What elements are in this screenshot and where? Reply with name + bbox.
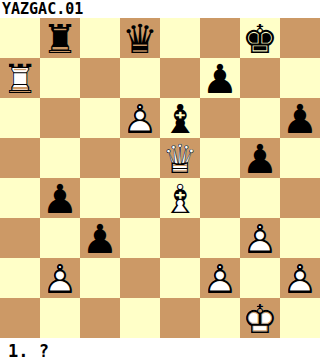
square-e2[interactable] xyxy=(160,258,200,298)
square-b7[interactable] xyxy=(40,58,80,98)
square-d6[interactable]: ♟♙ xyxy=(120,98,160,138)
square-a3[interactable] xyxy=(0,218,40,258)
square-a6[interactable] xyxy=(0,98,40,138)
square-e6[interactable]: ♝ xyxy=(160,98,200,138)
black-pawn-piece: ♟ xyxy=(280,98,320,138)
square-c8[interactable] xyxy=(80,18,120,58)
white-pawn-piece-outline: ♙ xyxy=(120,98,160,138)
square-b5[interactable] xyxy=(40,138,80,178)
square-d3[interactable] xyxy=(120,218,160,258)
black-queen-piece: ♛ xyxy=(120,18,160,58)
square-e4[interactable]: ♝♗ xyxy=(160,178,200,218)
white-bishop-piece-outline: ♗ xyxy=(160,178,200,218)
square-g1[interactable]: ♚♔ xyxy=(240,298,280,338)
white-king-piece: ♚ xyxy=(240,298,280,338)
black-pawn-piece: ♟ xyxy=(200,58,240,98)
square-d8[interactable]: ♛ xyxy=(120,18,160,58)
square-g3[interactable]: ♟♙ xyxy=(240,218,280,258)
square-a8[interactable] xyxy=(0,18,40,58)
black-bishop-piece: ♝ xyxy=(160,98,200,138)
square-a5[interactable] xyxy=(0,138,40,178)
square-h5[interactable] xyxy=(280,138,320,178)
square-b2[interactable]: ♟♙ xyxy=(40,258,80,298)
square-g2[interactable] xyxy=(240,258,280,298)
square-e1[interactable] xyxy=(160,298,200,338)
square-a1[interactable] xyxy=(0,298,40,338)
square-e8[interactable] xyxy=(160,18,200,58)
puzzle-title: YAZGAC.01 xyxy=(0,0,320,18)
square-f7[interactable]: ♟ xyxy=(200,58,240,98)
chess-board: ♜♛♚♜♖♟♟♙♝♟♛♕♟♟♝♗♟♟♙♟♙♟♙♟♙♚♔ xyxy=(0,18,320,338)
square-h6[interactable]: ♟ xyxy=(280,98,320,138)
white-bishop-piece: ♝ xyxy=(160,178,200,218)
white-pawn-piece: ♟ xyxy=(200,258,240,298)
square-c2[interactable] xyxy=(80,258,120,298)
square-f8[interactable] xyxy=(200,18,240,58)
square-d4[interactable] xyxy=(120,178,160,218)
square-g4[interactable] xyxy=(240,178,280,218)
white-pawn-piece: ♟ xyxy=(120,98,160,138)
white-pawn-piece: ♟ xyxy=(240,218,280,258)
white-pawn-piece: ♟ xyxy=(280,258,320,298)
square-b3[interactable] xyxy=(40,218,80,258)
move-prompt: 1. ? xyxy=(0,338,320,360)
square-f4[interactable] xyxy=(200,178,240,218)
square-d7[interactable] xyxy=(120,58,160,98)
square-a7[interactable]: ♜♖ xyxy=(0,58,40,98)
square-h7[interactable] xyxy=(280,58,320,98)
square-d5[interactable] xyxy=(120,138,160,178)
square-b4[interactable]: ♟ xyxy=(40,178,80,218)
white-pawn-piece-outline: ♙ xyxy=(200,258,240,298)
square-h1[interactable] xyxy=(280,298,320,338)
black-pawn-piece: ♟ xyxy=(40,178,80,218)
square-c3[interactable]: ♟ xyxy=(80,218,120,258)
square-e3[interactable] xyxy=(160,218,200,258)
square-h8[interactable] xyxy=(280,18,320,58)
white-pawn-piece-outline: ♙ xyxy=(40,258,80,298)
square-b1[interactable] xyxy=(40,298,80,338)
square-f2[interactable]: ♟♙ xyxy=(200,258,240,298)
white-pawn-piece-outline: ♙ xyxy=(280,258,320,298)
square-b6[interactable] xyxy=(40,98,80,138)
white-queen-piece-outline: ♕ xyxy=(160,138,200,178)
white-rook-piece-outline: ♖ xyxy=(0,58,40,98)
square-e7[interactable] xyxy=(160,58,200,98)
square-c1[interactable] xyxy=(80,298,120,338)
square-f6[interactable] xyxy=(200,98,240,138)
square-c5[interactable] xyxy=(80,138,120,178)
square-g7[interactable] xyxy=(240,58,280,98)
square-a4[interactable] xyxy=(0,178,40,218)
square-c4[interactable] xyxy=(80,178,120,218)
square-g6[interactable] xyxy=(240,98,280,138)
white-pawn-piece-outline: ♙ xyxy=(240,218,280,258)
square-a2[interactable] xyxy=(0,258,40,298)
black-rook-piece: ♜ xyxy=(40,18,80,58)
square-g8[interactable]: ♚ xyxy=(240,18,280,58)
square-c7[interactable] xyxy=(80,58,120,98)
black-pawn-piece: ♟ xyxy=(240,138,280,178)
square-h4[interactable] xyxy=(280,178,320,218)
white-king-piece-outline: ♔ xyxy=(240,298,280,338)
square-d1[interactable] xyxy=(120,298,160,338)
square-f5[interactable] xyxy=(200,138,240,178)
black-pawn-piece: ♟ xyxy=(80,218,120,258)
square-c6[interactable] xyxy=(80,98,120,138)
square-f1[interactable] xyxy=(200,298,240,338)
black-king-piece: ♚ xyxy=(240,18,280,58)
square-h3[interactable] xyxy=(280,218,320,258)
square-g5[interactable]: ♟ xyxy=(240,138,280,178)
square-h2[interactable]: ♟♙ xyxy=(280,258,320,298)
white-queen-piece: ♛ xyxy=(160,138,200,178)
square-e5[interactable]: ♛♕ xyxy=(160,138,200,178)
square-f3[interactable] xyxy=(200,218,240,258)
square-d2[interactable] xyxy=(120,258,160,298)
chess-puzzle-screen: YAZGAC.01 ♜♛♚♜♖♟♟♙♝♟♛♕♟♟♝♗♟♟♙♟♙♟♙♟♙♚♔ 1.… xyxy=(0,0,320,360)
square-b8[interactable]: ♜ xyxy=(40,18,80,58)
white-rook-piece: ♜ xyxy=(0,58,40,98)
white-pawn-piece: ♟ xyxy=(40,258,80,298)
